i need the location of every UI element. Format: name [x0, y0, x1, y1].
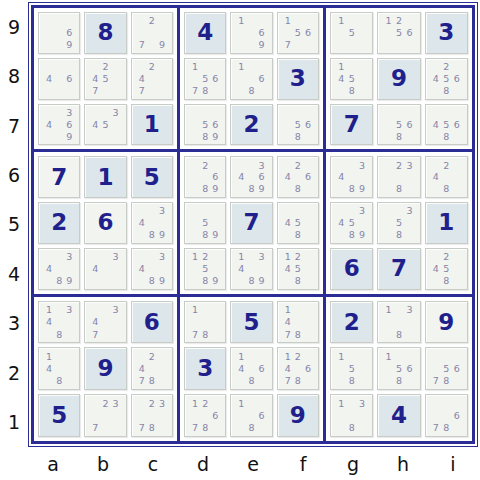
cell-f7[interactable]: 568: [277, 104, 319, 146]
cell-a4[interactable]: 3489: [38, 248, 80, 290]
cell-value-c7: 1: [144, 113, 160, 136]
row-label-2: 2: [0, 348, 28, 397]
candidate-digit-8: 8: [394, 328, 404, 340]
cell-h2[interactable]: 1568: [377, 347, 420, 390]
candidates-c5: 3489: [137, 205, 167, 241]
candidate-digit-8: 8: [346, 422, 356, 434]
cell-g1[interactable]: 138: [330, 394, 373, 437]
cell-b3[interactable]: 347: [84, 301, 126, 344]
cell-i4[interactable]: 2458: [425, 248, 468, 290]
cell-a6[interactable]: 7: [38, 156, 80, 198]
candidate-digit-5: 5: [293, 217, 303, 229]
column-label-i: i: [428, 447, 478, 480]
column-label-e: e: [228, 447, 278, 480]
candidate-digit-6: 6: [404, 27, 414, 39]
candidates-c9: 279: [137, 15, 167, 51]
cell-d8[interactable]: 15678: [184, 58, 226, 100]
candidate-digit-4: 4: [431, 73, 441, 85]
candidates-h9: 1256: [383, 15, 414, 51]
sudoku-board-page: 987654321 698279462457247346934514169156…: [0, 0, 480, 480]
candidate-digit-8: 8: [293, 229, 303, 241]
candidate-digit-2: 2: [147, 15, 157, 27]
cell-value-b6: 1: [97, 166, 113, 189]
row-label-6: 6: [0, 150, 28, 199]
candidate-digit-6: 6: [257, 171, 267, 183]
cell-d7[interactable]: 5689: [184, 104, 226, 146]
candidate-digit-8: 8: [147, 229, 157, 241]
cell-i2[interactable]: 5678: [425, 347, 468, 390]
candidate-digit-4: 4: [90, 316, 100, 328]
candidates-d8: 15678: [190, 61, 220, 97]
candidates-e8: 168: [236, 61, 266, 97]
candidate-digit-8: 8: [346, 85, 356, 97]
candidate-digit-9: 9: [64, 39, 74, 51]
cell-i7[interactable]: 4568: [425, 104, 468, 146]
cell-value-f1: 9: [290, 404, 306, 427]
cell-i6[interactable]: 248: [425, 156, 468, 198]
candidates-g1: 138: [336, 397, 367, 434]
candidate-digit-5: 5: [293, 118, 303, 130]
candidate-digit-8: 8: [200, 328, 210, 340]
candidates-g2: 158: [336, 350, 367, 387]
candidates-d7: 5689: [190, 107, 220, 143]
cell-b7[interactable]: 345: [84, 104, 126, 146]
candidate-digit-1: 1: [190, 397, 200, 409]
candidate-digit-5: 5: [441, 363, 451, 375]
cell-value-f8: 3: [290, 67, 306, 90]
candidate-digit-5: 5: [441, 118, 451, 130]
cell-d9[interactable]: 4: [184, 12, 226, 54]
cell-f5[interactable]: 458: [277, 202, 319, 244]
cell-h3[interactable]: 138: [377, 301, 420, 344]
candidate-digit-8: 8: [200, 130, 210, 142]
candidates-d5: 589: [190, 205, 220, 241]
cell-g8[interactable]: 1458: [330, 58, 373, 100]
candidate-digit-7: 7: [137, 85, 147, 97]
candidate-digit-3: 3: [404, 159, 414, 171]
candidate-digit-1: 1: [383, 15, 393, 27]
candidate-digit-1: 1: [190, 304, 200, 316]
candidate-digit-3: 3: [111, 251, 121, 263]
cell-b8[interactable]: 2457: [84, 58, 126, 100]
candidates-f4: 12458: [283, 251, 313, 287]
cell-d2[interactable]: 3: [184, 347, 226, 390]
candidate-digit-6: 6: [257, 27, 267, 39]
candidate-digit-5: 5: [100, 118, 110, 130]
cell-a1[interactable]: 5: [38, 394, 80, 437]
candidate-digit-9: 9: [357, 229, 367, 241]
candidate-digit-4: 4: [431, 118, 441, 130]
cell-c8[interactable]: 247: [131, 58, 173, 100]
candidate-digit-5: 5: [394, 27, 404, 39]
candidate-digit-6: 6: [210, 409, 220, 421]
candidate-digit-2: 2: [100, 397, 110, 409]
candidate-digit-4: 4: [44, 263, 54, 275]
cell-value-i3: 9: [438, 311, 454, 334]
candidates-g8: 1458: [336, 61, 367, 97]
cell-f1[interactable]: 9: [277, 394, 319, 437]
candidate-digit-3: 3: [64, 304, 74, 316]
column-label-h: h: [378, 447, 428, 480]
candidate-digit-2: 2: [200, 251, 210, 263]
cell-d3[interactable]: 178: [184, 301, 226, 344]
candidate-digit-6: 6: [257, 409, 267, 421]
candidate-digit-5: 5: [441, 73, 451, 85]
cell-d1[interactable]: 12678: [184, 394, 226, 437]
candidate-digit-8: 8: [200, 422, 210, 434]
candidates-f7: 568: [283, 107, 313, 143]
candidate-digit-7: 7: [283, 39, 293, 51]
candidate-digit-1: 1: [236, 15, 246, 27]
candidate-digit-8: 8: [246, 183, 256, 195]
candidate-digit-2: 2: [441, 61, 451, 73]
candidate-digit-6: 6: [452, 73, 462, 85]
candidate-digit-2: 2: [441, 251, 451, 263]
candidates-e1: 168: [236, 397, 266, 434]
candidates-b7: 345: [90, 107, 120, 143]
candidate-digit-4: 4: [283, 171, 293, 183]
cell-d6[interactable]: 2689: [184, 156, 226, 198]
cell-c7[interactable]: 1: [131, 104, 173, 146]
candidate-digit-9: 9: [64, 275, 74, 287]
candidate-digit-3: 3: [64, 107, 74, 119]
candidate-digit-4: 4: [236, 363, 246, 375]
candidate-digit-7: 7: [283, 328, 293, 340]
cell-f4[interactable]: 12458: [277, 248, 319, 290]
candidate-digit-3: 3: [357, 397, 367, 409]
candidate-digit-1: 1: [283, 304, 293, 316]
cell-f8[interactable]: 3: [277, 58, 319, 100]
cell-b2[interactable]: 9: [84, 347, 126, 390]
candidate-digit-2: 2: [147, 350, 157, 362]
cell-e9[interactable]: 169: [230, 12, 272, 54]
cell-b6[interactable]: 1: [84, 156, 126, 198]
candidate-digit-6: 6: [452, 409, 462, 421]
cell-b1[interactable]: 237: [84, 394, 126, 437]
candidates-e4: 13489: [236, 251, 266, 287]
cell-c2[interactable]: 2478: [131, 347, 173, 390]
cell-value-c3: 6: [144, 311, 160, 334]
candidate-digit-5: 5: [200, 73, 210, 85]
cell-i5[interactable]: 1: [425, 202, 468, 244]
cell-i3[interactable]: 9: [425, 301, 468, 344]
candidates-h3: 138: [383, 304, 414, 341]
candidates-i2: 5678: [431, 350, 462, 387]
row-label-9: 9: [0, 2, 28, 51]
candidate-digit-6: 6: [257, 73, 267, 85]
candidate-digit-3: 3: [111, 397, 121, 409]
cell-c9[interactable]: 279: [131, 12, 173, 54]
box-3: 1512563145892456875684568: [326, 8, 472, 152]
candidate-digit-1: 1: [190, 251, 200, 263]
cell-a8[interactable]: 46: [38, 58, 80, 100]
candidates-c1: 2378: [137, 397, 167, 434]
candidate-digit-6: 6: [210, 171, 220, 183]
column-label-f: f: [278, 447, 328, 480]
candidate-digit-8: 8: [441, 422, 451, 434]
candidate-digit-4: 4: [90, 263, 100, 275]
cell-i8[interactable]: 24568: [425, 58, 468, 100]
candidate-digit-7: 7: [90, 422, 100, 434]
cell-d4[interactable]: 12589: [184, 248, 226, 290]
row-labels: 987654321: [0, 2, 28, 447]
candidate-digit-4: 4: [90, 73, 100, 85]
candidate-digit-2: 2: [394, 159, 404, 171]
candidate-digit-6: 6: [210, 73, 220, 85]
candidate-digit-9: 9: [210, 275, 220, 287]
candidate-digit-2: 2: [394, 15, 404, 27]
cell-a5[interactable]: 2: [38, 202, 80, 244]
candidates-g6: 3489: [336, 159, 367, 195]
sudoku-board-grid: 6982794624572473469345141691567156781683…: [31, 5, 475, 444]
candidate-digit-8: 8: [293, 275, 303, 287]
candidate-digit-4: 4: [283, 263, 293, 275]
cell-c6[interactable]: 5: [131, 156, 173, 198]
cell-g4[interactable]: 6: [330, 248, 373, 290]
cell-h8[interactable]: 9: [377, 58, 420, 100]
candidate-digit-2: 2: [293, 251, 303, 263]
candidate-digit-2: 2: [293, 350, 303, 362]
candidate-digit-1: 1: [383, 304, 393, 316]
candidates-d1: 12678: [190, 397, 220, 434]
candidate-digit-1: 1: [283, 251, 293, 263]
candidate-digit-9: 9: [157, 275, 167, 287]
candidate-digit-3: 3: [357, 205, 367, 217]
cell-g9[interactable]: 15: [330, 12, 373, 54]
candidate-digit-5: 5: [394, 363, 404, 375]
candidate-digit-8: 8: [200, 85, 210, 97]
cell-c4[interactable]: 3489: [131, 248, 173, 290]
candidate-digit-5: 5: [346, 27, 356, 39]
cell-c3[interactable]: 6: [131, 301, 173, 344]
candidate-digit-8: 8: [441, 375, 451, 387]
box-2: 4169156715678168356892568: [180, 8, 326, 152]
cell-g3[interactable]: 2: [330, 301, 373, 344]
cell-value-h8: 9: [391, 67, 407, 90]
candidates-i1: 678: [431, 397, 462, 434]
candidate-digit-4: 4: [431, 263, 441, 275]
candidate-digit-6: 6: [303, 363, 313, 375]
candidates-g5: 34589: [336, 205, 367, 241]
candidates-b4: 34: [90, 251, 120, 287]
candidate-digit-4: 4: [236, 263, 246, 275]
cell-e3[interactable]: 5: [230, 301, 272, 344]
candidate-digit-3: 3: [64, 251, 74, 263]
candidate-digit-2: 2: [200, 159, 210, 171]
column-label-c: c: [128, 447, 178, 480]
cell-a3[interactable]: 1348: [38, 301, 80, 344]
candidate-digit-6: 6: [404, 118, 414, 130]
candidate-digit-9: 9: [210, 183, 220, 195]
candidate-digit-8: 8: [441, 130, 451, 142]
candidate-digit-8: 8: [54, 275, 64, 287]
candidate-digit-7: 7: [90, 85, 100, 97]
cell-e1[interactable]: 168: [230, 394, 272, 437]
candidates-h5: 358: [383, 205, 414, 241]
candidate-digit-8: 8: [441, 183, 451, 195]
cell-value-a6: 7: [51, 166, 67, 189]
candidate-digit-1: 1: [383, 350, 393, 362]
candidate-digit-6: 6: [404, 363, 414, 375]
cell-e6[interactable]: 34689: [230, 156, 272, 198]
cell-i1[interactable]: 678: [425, 394, 468, 437]
candidate-digit-6: 6: [64, 118, 74, 130]
candidate-digit-1: 1: [283, 350, 293, 362]
candidates-i8: 24568: [431, 61, 462, 97]
candidate-digit-5: 5: [200, 217, 210, 229]
cell-f6[interactable]: 2468: [277, 156, 319, 198]
candidates-b1: 237: [90, 397, 120, 434]
cell-g5[interactable]: 34589: [330, 202, 373, 244]
cell-value-g4: 6: [344, 257, 360, 280]
candidate-digit-8: 8: [147, 375, 157, 387]
cell-value-e5: 7: [243, 211, 259, 234]
candidate-digit-8: 8: [147, 275, 157, 287]
candidate-digit-1: 1: [336, 61, 346, 73]
candidate-digit-4: 4: [336, 217, 346, 229]
cell-b9[interactable]: 8: [84, 12, 126, 54]
cell-e7[interactable]: 2: [230, 104, 272, 146]
candidate-digit-7: 7: [137, 422, 147, 434]
candidate-digit-3: 3: [157, 397, 167, 409]
candidate-digit-9: 9: [157, 39, 167, 51]
cell-value-g7: 7: [344, 113, 360, 136]
candidate-digit-8: 8: [246, 422, 256, 434]
cell-value-d2: 3: [197, 357, 213, 380]
candidate-digit-9: 9: [64, 130, 74, 142]
cell-c5[interactable]: 3489: [131, 202, 173, 244]
candidate-digit-8: 8: [293, 130, 303, 142]
candidates-h2: 1568: [383, 350, 414, 387]
candidate-digit-8: 8: [54, 328, 64, 340]
candidate-digit-3: 3: [357, 159, 367, 171]
candidate-digit-6: 6: [64, 73, 74, 85]
candidate-digit-5: 5: [293, 263, 303, 275]
candidate-digit-7: 7: [431, 422, 441, 434]
cell-b4[interactable]: 34: [84, 248, 126, 290]
candidate-digit-7: 7: [431, 375, 441, 387]
candidate-digit-5: 5: [293, 27, 303, 39]
cell-value-g3: 2: [344, 311, 360, 334]
cell-g7[interactable]: 7: [330, 104, 373, 146]
candidate-digit-1: 1: [236, 251, 246, 263]
cell-h4[interactable]: 7: [377, 248, 420, 290]
candidate-digit-8: 8: [54, 375, 64, 387]
candidates-h7: 568: [383, 107, 414, 143]
candidates-c4: 3489: [137, 251, 167, 287]
cell-value-d9: 4: [197, 21, 213, 44]
cell-value-b9: 8: [97, 21, 113, 44]
candidate-digit-7: 7: [190, 328, 200, 340]
candidate-digit-6: 6: [303, 27, 313, 39]
candidates-a4: 3489: [44, 251, 74, 287]
cell-b5[interactable]: 6: [84, 202, 126, 244]
cell-g6[interactable]: 3489: [330, 156, 373, 198]
candidate-digit-2: 2: [100, 61, 110, 73]
cell-e8[interactable]: 168: [230, 58, 272, 100]
candidates-h6: 238: [383, 159, 414, 195]
candidate-digit-1: 1: [190, 61, 200, 73]
candidate-digit-3: 3: [257, 251, 267, 263]
candidate-digit-5: 5: [394, 217, 404, 229]
cell-h9[interactable]: 1256: [377, 12, 420, 54]
cell-d5[interactable]: 589: [184, 202, 226, 244]
candidates-i7: 4568: [431, 107, 462, 143]
candidates-c2: 2478: [137, 350, 167, 387]
candidate-digit-8: 8: [200, 275, 210, 287]
candidates-d4: 12589: [190, 251, 220, 287]
cell-value-c6: 5: [144, 166, 160, 189]
candidate-digit-2: 2: [441, 159, 451, 171]
candidate-digit-6: 6: [303, 118, 313, 130]
cell-a9[interactable]: 69: [38, 12, 80, 54]
candidate-digit-8: 8: [147, 422, 157, 434]
cell-f2[interactable]: 124678: [277, 347, 319, 390]
cell-a2[interactable]: 148: [38, 347, 80, 390]
candidates-b8: 2457: [90, 61, 120, 97]
candidate-digit-1: 1: [336, 15, 346, 27]
candidate-digit-8: 8: [246, 275, 256, 287]
candidate-digit-7: 7: [90, 328, 100, 340]
candidate-digit-5: 5: [346, 217, 356, 229]
candidate-digit-7: 7: [283, 375, 293, 387]
candidate-digit-6: 6: [303, 171, 313, 183]
row-label-4: 4: [0, 249, 28, 298]
row-label-3: 3: [0, 299, 28, 348]
cell-value-e7: 2: [243, 113, 259, 136]
candidates-a3: 1348: [44, 304, 74, 341]
cell-h1[interactable]: 4: [377, 394, 420, 437]
candidate-digit-4: 4: [44, 118, 54, 130]
cell-e2[interactable]: 1468: [230, 347, 272, 390]
cell-e4[interactable]: 13489: [230, 248, 272, 290]
candidate-digit-4: 4: [137, 217, 147, 229]
candidate-digit-4: 4: [44, 316, 54, 328]
candidate-digit-1: 1: [336, 350, 346, 362]
box-1: 69827946245724734693451: [34, 8, 180, 152]
column-label-a: a: [28, 447, 78, 480]
cell-f9[interactable]: 1567: [277, 12, 319, 54]
candidate-digit-7: 7: [190, 422, 200, 434]
candidate-digit-4: 4: [137, 73, 147, 85]
cell-h6[interactable]: 238: [377, 156, 420, 198]
candidate-digit-4: 4: [336, 73, 346, 85]
candidate-digit-9: 9: [210, 229, 220, 241]
candidate-digit-8: 8: [441, 85, 451, 97]
candidate-digit-6: 6: [452, 118, 462, 130]
candidates-c8: 247: [137, 61, 167, 97]
candidate-digit-7: 7: [190, 85, 200, 97]
cell-i9[interactable]: 3: [425, 12, 468, 54]
candidate-digit-1: 1: [44, 304, 54, 316]
cell-c1[interactable]: 2378: [131, 394, 173, 437]
candidate-digit-5: 5: [394, 118, 404, 130]
cell-g2[interactable]: 158: [330, 347, 373, 390]
row-label-1: 1: [0, 398, 28, 447]
candidate-digit-8: 8: [394, 183, 404, 195]
candidate-digit-4: 4: [336, 171, 346, 183]
candidates-d6: 2689: [190, 159, 220, 195]
candidate-digit-9: 9: [357, 183, 367, 195]
cell-h5[interactable]: 358: [377, 202, 420, 244]
candidate-digit-9: 9: [257, 39, 267, 51]
cell-h7[interactable]: 568: [377, 104, 420, 146]
cell-f3[interactable]: 1478: [277, 301, 319, 344]
cell-a7[interactable]: 3469: [38, 104, 80, 146]
column-label-b: b: [78, 447, 128, 480]
candidates-b3: 347: [90, 304, 120, 341]
cell-e5[interactable]: 7: [230, 202, 272, 244]
